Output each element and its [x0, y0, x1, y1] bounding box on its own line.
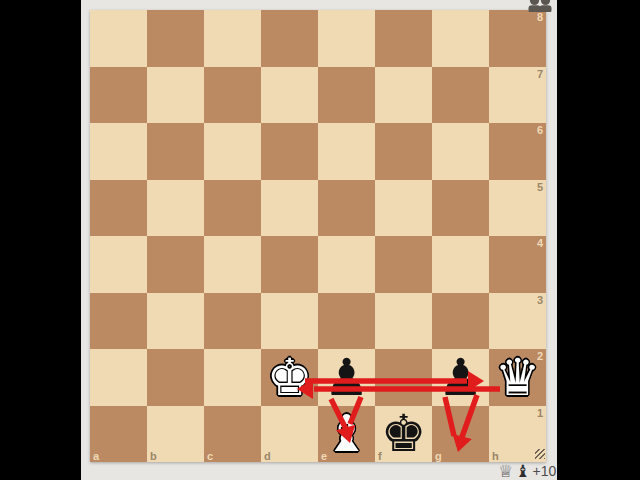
video-frame: 876543♚♟♟♛2abcd♝e♚fg1h ♕ ♝ +10	[0, 0, 640, 480]
square-a7[interactable]	[90, 67, 147, 124]
square-g2[interactable]: ♟	[432, 349, 489, 406]
square-f2[interactable]	[375, 349, 432, 406]
square-f4[interactable]	[375, 236, 432, 293]
square-d3[interactable]	[261, 293, 318, 350]
square-b2[interactable]	[147, 349, 204, 406]
square-e4[interactable]	[318, 236, 375, 293]
square-a8[interactable]	[90, 10, 147, 67]
square-h6[interactable]: 6	[489, 123, 546, 180]
square-b4[interactable]	[147, 236, 204, 293]
square-b7[interactable]	[147, 67, 204, 124]
letterbox-bar-right	[557, 0, 640, 480]
square-b6[interactable]	[147, 123, 204, 180]
piece-black-pawn-g2[interactable]: ♟	[432, 349, 489, 406]
square-g4[interactable]	[432, 236, 489, 293]
square-e2[interactable]: ♟	[318, 349, 375, 406]
square-c1[interactable]: c	[204, 406, 261, 463]
square-g5[interactable]	[432, 180, 489, 237]
piece-white-king-d2[interactable]: ♚	[261, 349, 318, 406]
square-a3[interactable]	[90, 293, 147, 350]
square-c6[interactable]	[204, 123, 261, 180]
square-b8[interactable]	[147, 10, 204, 67]
players-icon	[528, 0, 552, 12]
square-d6[interactable]	[261, 123, 318, 180]
material-advantage: +10	[533, 461, 557, 480]
square-c3[interactable]	[204, 293, 261, 350]
square-g3[interactable]	[432, 293, 489, 350]
square-d4[interactable]	[261, 236, 318, 293]
square-h7[interactable]: 7	[489, 67, 546, 124]
square-e3[interactable]	[318, 293, 375, 350]
square-h2[interactable]: ♛2	[489, 349, 546, 406]
square-f1[interactable]: ♚f	[375, 406, 432, 463]
square-b1[interactable]: b	[147, 406, 204, 463]
square-g6[interactable]	[432, 123, 489, 180]
square-a1[interactable]: a	[90, 406, 147, 463]
rank-label-3: 3	[537, 294, 543, 306]
letterbox-bar-left	[0, 0, 81, 480]
file-label-d: d	[264, 450, 271, 462]
square-e8[interactable]	[318, 10, 375, 67]
square-h8[interactable]: 8	[489, 10, 546, 67]
square-c7[interactable]	[204, 67, 261, 124]
file-label-c: c	[207, 450, 213, 462]
rank-label-1: 1	[537, 407, 543, 419]
captured-black-bishop-icon: ♝	[515, 461, 530, 480]
square-c2[interactable]	[204, 349, 261, 406]
square-h3[interactable]: 3	[489, 293, 546, 350]
square-e7[interactable]	[318, 67, 375, 124]
square-a4[interactable]	[90, 236, 147, 293]
square-d1[interactable]: d	[261, 406, 318, 463]
square-d2[interactable]: ♚	[261, 349, 318, 406]
square-b3[interactable]	[147, 293, 204, 350]
file-label-g: g	[435, 450, 442, 462]
square-f8[interactable]	[375, 10, 432, 67]
square-h5[interactable]: 5	[489, 180, 546, 237]
square-e6[interactable]	[318, 123, 375, 180]
rank-label-6: 6	[537, 124, 543, 136]
square-g7[interactable]	[432, 67, 489, 124]
square-g1[interactable]: g	[432, 406, 489, 463]
resize-handle-icon[interactable]	[535, 449, 545, 459]
rank-label-8: 8	[537, 11, 543, 23]
captured-white-queen-icon: ♕	[498, 461, 513, 480]
material-indicator: ♕ ♝ +10	[498, 461, 556, 480]
piece-black-pawn-e2[interactable]: ♟	[318, 349, 375, 406]
square-c8[interactable]	[204, 10, 261, 67]
piece-black-king-f1[interactable]: ♚	[375, 406, 432, 463]
square-b5[interactable]	[147, 180, 204, 237]
rank-label-4: 4	[537, 237, 543, 249]
file-label-b: b	[150, 450, 157, 462]
square-d8[interactable]	[261, 10, 318, 67]
file-label-a: a	[93, 450, 99, 462]
square-a2[interactable]	[90, 349, 147, 406]
chess-board[interactable]: 876543♚♟♟♛2abcd♝e♚fg1h	[90, 10, 546, 462]
square-f6[interactable]	[375, 123, 432, 180]
square-a5[interactable]	[90, 180, 147, 237]
square-f5[interactable]	[375, 180, 432, 237]
square-d7[interactable]	[261, 67, 318, 124]
rank-label-5: 5	[537, 181, 543, 193]
piece-white-queen-h2[interactable]: ♛	[489, 349, 546, 406]
rank-label-7: 7	[537, 68, 543, 80]
square-e5[interactable]	[318, 180, 375, 237]
square-e1[interactable]: ♝e	[318, 406, 375, 463]
square-a6[interactable]	[90, 123, 147, 180]
square-h4[interactable]: 4	[489, 236, 546, 293]
square-f7[interactable]	[375, 67, 432, 124]
piece-white-bishop-e1[interactable]: ♝	[318, 406, 375, 463]
square-f3[interactable]	[375, 293, 432, 350]
square-d5[interactable]	[261, 180, 318, 237]
square-c4[interactable]	[204, 236, 261, 293]
square-g8[interactable]	[432, 10, 489, 67]
square-c5[interactable]	[204, 180, 261, 237]
